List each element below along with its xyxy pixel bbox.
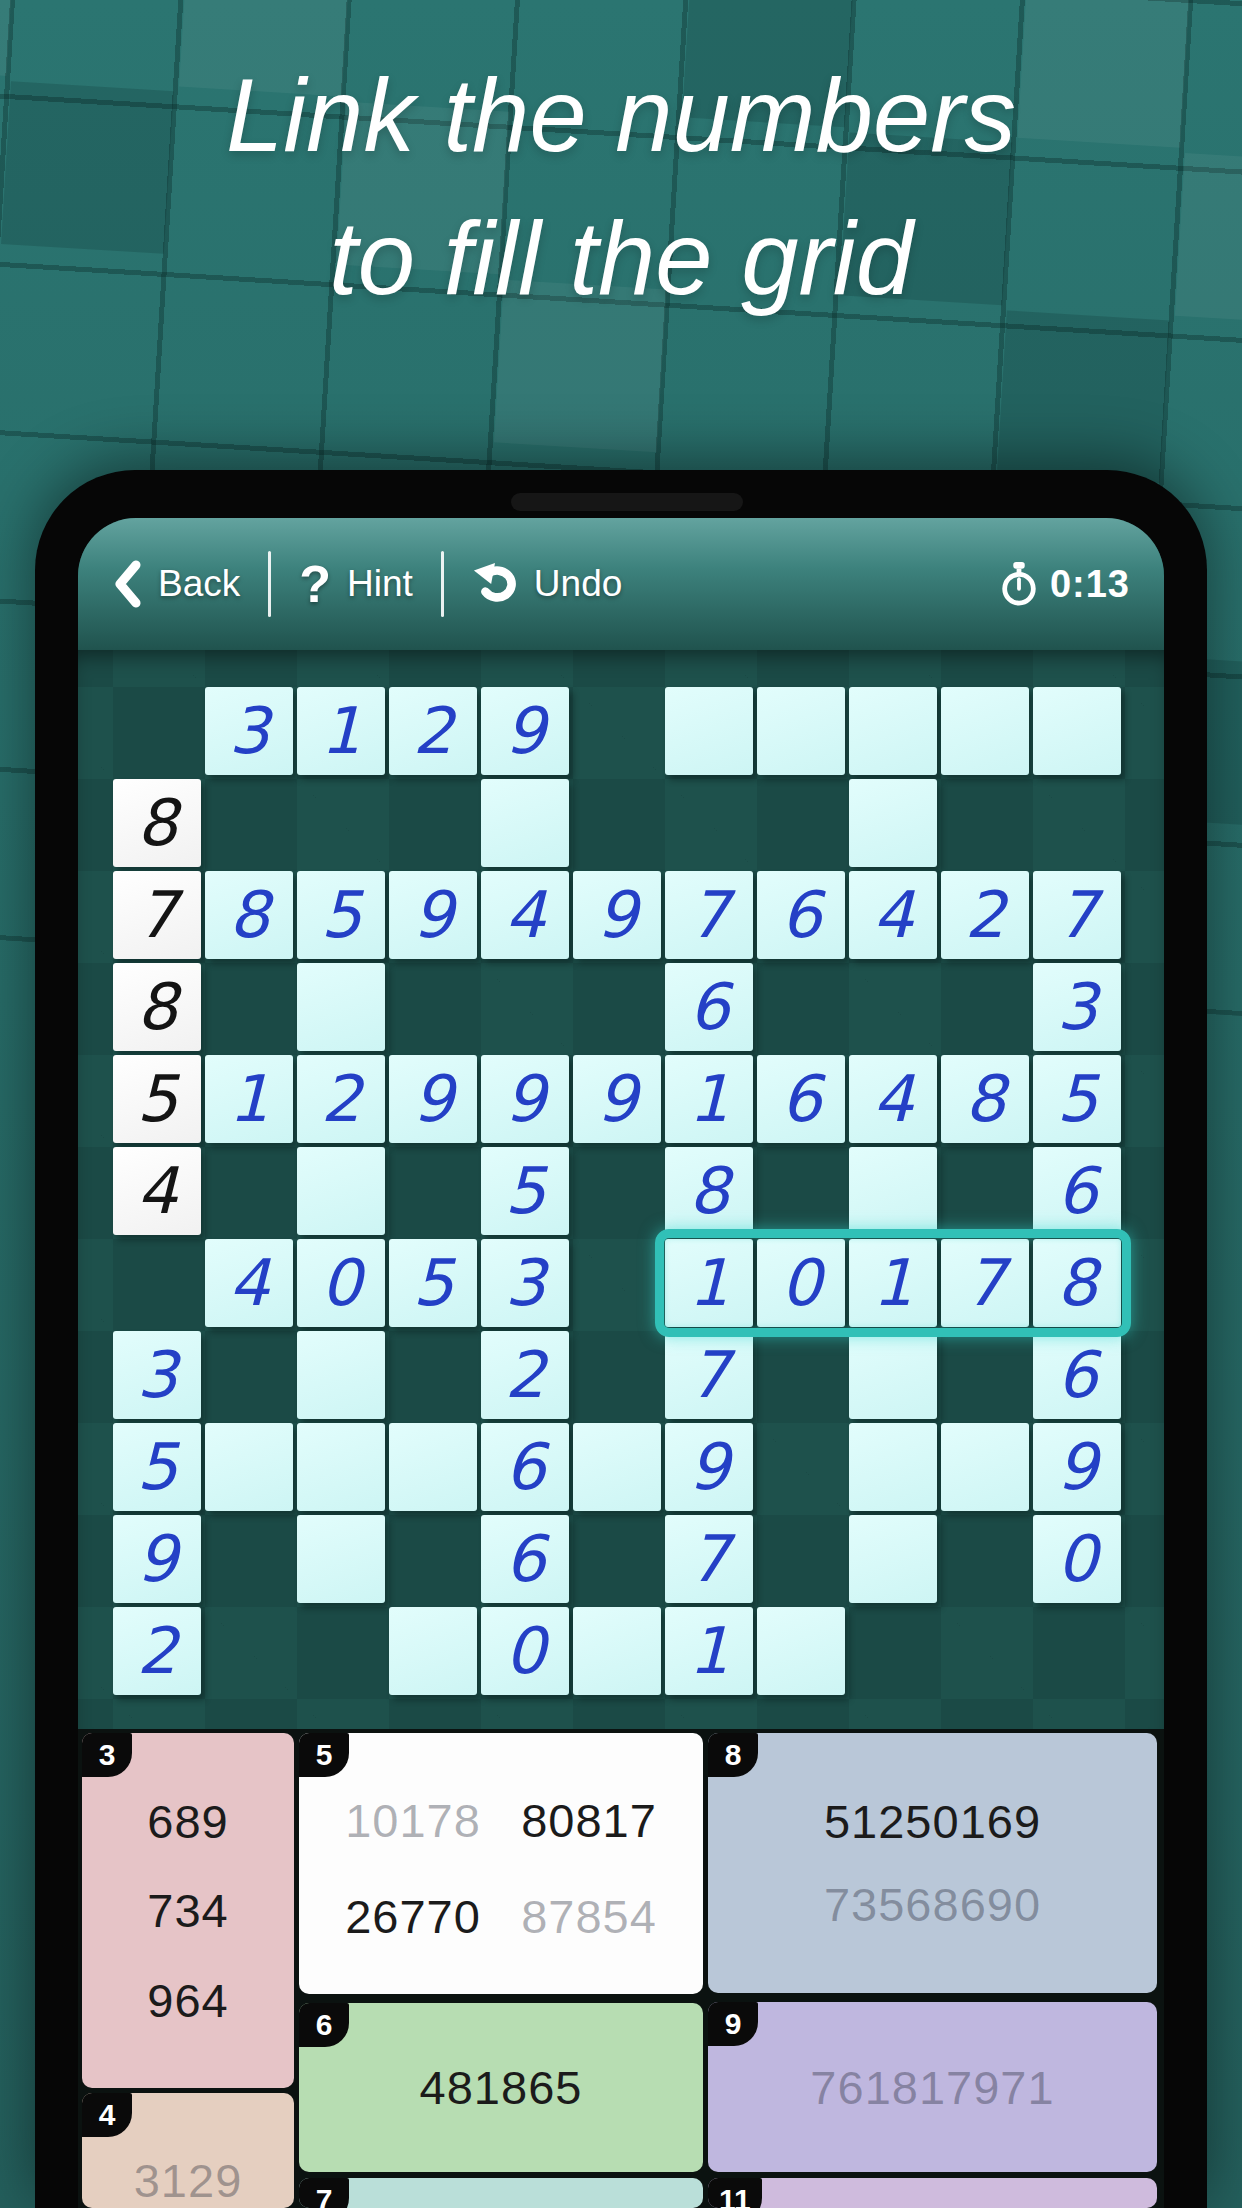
cell-r11c5[interactable]: 0 — [481, 1607, 569, 1695]
cell-r9c9[interactable] — [849, 1423, 937, 1511]
cell-r5c7[interactable]: 1 — [665, 1055, 753, 1143]
timer: 0:13 — [998, 561, 1130, 607]
tray-number-10178: 10178 — [345, 1793, 481, 1848]
tray-number-761817971: 761817971 — [810, 2060, 1054, 2115]
cell-r3c4[interactable]: 9 — [389, 871, 477, 959]
hint-button[interactable]: ? Hint — [299, 554, 413, 614]
page-title: Link the numbers to fill the grid — [0, 44, 1242, 330]
cell-r4c1[interactable]: 8 — [113, 963, 201, 1051]
cell-r5c4[interactable]: 9 — [389, 1055, 477, 1143]
page-title-line2: to fill the grid — [0, 187, 1242, 330]
cell-r3c3[interactable]: 5 — [297, 871, 385, 959]
tray-number-26770[interactable]: 26770 — [345, 1889, 481, 1944]
cell-r8c7[interactable]: 7 — [665, 1331, 753, 1419]
cell-r5c2[interactable]: 1 — [205, 1055, 293, 1143]
cell-r7c8[interactable]: 0 — [757, 1239, 845, 1327]
cell-r2c5[interactable] — [481, 779, 569, 867]
cell-r1c8[interactable] — [757, 687, 845, 775]
cell-r8c11[interactable]: 6 — [1033, 1331, 1121, 1419]
back-chevron-icon — [112, 560, 142, 608]
cell-r3c8[interactable]: 6 — [757, 871, 845, 959]
tray-panel-length-badge: 11 — [708, 2178, 762, 2208]
cell-r4c7[interactable]: 6 — [665, 963, 753, 1051]
cell-r9c11[interactable]: 9 — [1033, 1423, 1121, 1511]
cell-r3c7[interactable]: 7 — [665, 871, 753, 959]
cell-r5c5[interactable]: 9 — [481, 1055, 569, 1143]
cell-r7c11[interactable]: 8 — [1033, 1239, 1121, 1327]
tray-panel-6: 4818656 — [299, 2003, 703, 2172]
tray-panel-length-badge: 8 — [708, 1733, 758, 1777]
tray-number-481865[interactable]: 481865 — [420, 2060, 583, 2115]
tray-number-3129: 3129 — [134, 2153, 243, 2208]
number-tray: 6897349643312941017880817267708785454818… — [78, 1729, 1164, 2208]
cell-r1c3[interactable]: 1 — [297, 687, 385, 775]
tray-number-80817[interactable]: 80817 — [521, 1793, 657, 1848]
tray-number-87854: 87854 — [521, 1889, 657, 1944]
cell-r9c2[interactable] — [205, 1423, 293, 1511]
tray-panel-5: 101788081726770878545 — [299, 1733, 703, 1994]
toolbar-divider — [268, 551, 271, 617]
cell-r7c10[interactable]: 7 — [941, 1239, 1029, 1327]
cell-r2c9[interactable] — [849, 779, 937, 867]
cell-r7c2[interactable]: 4 — [205, 1239, 293, 1327]
hint-question-icon: ? — [299, 554, 331, 614]
tray-panel-length-badge: 3 — [82, 1733, 132, 1777]
cell-r1c11[interactable] — [1033, 687, 1121, 775]
cell-r4c3[interactable] — [297, 963, 385, 1051]
cell-r5c6[interactable]: 9 — [573, 1055, 661, 1143]
cell-r3c10[interactable]: 2 — [941, 871, 1029, 959]
cell-r7c3[interactable]: 0 — [297, 1239, 385, 1327]
toolbar: Back ? Hint Undo — [78, 518, 1164, 650]
cell-r9c3[interactable] — [297, 1423, 385, 1511]
cell-r10c9[interactable] — [849, 1515, 937, 1603]
cell-r7c5[interactable]: 3 — [481, 1239, 569, 1327]
cell-r3c1[interactable]: 7 — [113, 871, 201, 959]
cell-r7c9[interactable]: 1 — [849, 1239, 937, 1327]
cell-r3c11[interactable]: 7 — [1033, 871, 1121, 959]
tray-number-51250169[interactable]: 51250169 — [824, 1794, 1041, 1849]
phone-screen: Back ? Hint Undo — [78, 518, 1164, 2208]
cell-r2c1[interactable]: 8 — [113, 779, 201, 867]
cell-r5c10[interactable]: 8 — [941, 1055, 1029, 1143]
cell-r7c4[interactable]: 5 — [389, 1239, 477, 1327]
cell-r6c7[interactable]: 8 — [665, 1147, 753, 1235]
cell-r1c10[interactable] — [941, 687, 1029, 775]
undo-button[interactable]: Undo — [472, 561, 622, 607]
cell-r11c8[interactable] — [757, 1607, 845, 1695]
cell-r4c11[interactable]: 3 — [1033, 963, 1121, 1051]
cell-r5c8[interactable]: 6 — [757, 1055, 845, 1143]
tray-panel-7: 7 — [299, 2178, 703, 2208]
cell-r9c1[interactable]: 5 — [113, 1423, 201, 1511]
tray-panel-length-badge: 5 — [299, 1733, 349, 1777]
cell-r8c3[interactable] — [297, 1331, 385, 1419]
back-button[interactable]: Back — [112, 560, 240, 608]
tray-panel-8: 51250169735686908 — [708, 1733, 1157, 1993]
cell-r1c5[interactable]: 9 — [481, 687, 569, 775]
cell-r10c11[interactable]: 0 — [1033, 1515, 1121, 1603]
speaker-slot — [511, 493, 743, 511]
puzzle-board: 3129878594976427863512999164854586405310… — [78, 650, 1164, 1729]
background-tile — [997, 310, 1170, 483]
cell-r6c9[interactable] — [849, 1147, 937, 1235]
tray-panel-4: 31294 — [82, 2093, 294, 2208]
cell-r8c9[interactable] — [849, 1331, 937, 1419]
cell-r5c3[interactable]: 2 — [297, 1055, 385, 1143]
cell-r6c11[interactable]: 6 — [1033, 1147, 1121, 1235]
cell-r10c5[interactable]: 6 — [481, 1515, 569, 1603]
tray-panel-9: 7618179719 — [708, 2002, 1157, 2172]
back-label: Back — [158, 563, 240, 605]
tray-panel-length-badge: 6 — [299, 2003, 349, 2047]
cell-r10c1[interactable]: 9 — [113, 1515, 201, 1603]
tray-number-73568690: 73568690 — [824, 1877, 1041, 1932]
cell-r6c5[interactable]: 5 — [481, 1147, 569, 1235]
phone-frame: Back ? Hint Undo — [35, 470, 1207, 2208]
cell-r11c1[interactable]: 2 — [113, 1607, 201, 1695]
cell-r1c7[interactable] — [665, 687, 753, 775]
tray-number-734[interactable]: 734 — [147, 1883, 228, 1938]
cell-r3c9[interactable]: 4 — [849, 871, 937, 959]
tray-number-689[interactable]: 689 — [147, 1794, 228, 1849]
tray-panel-length-badge: 4 — [82, 2093, 132, 2137]
stopwatch-icon — [998, 561, 1040, 607]
cell-r9c5[interactable]: 6 — [481, 1423, 569, 1511]
cell-r11c6[interactable] — [573, 1607, 661, 1695]
toolbar-divider — [441, 551, 444, 617]
timer-value: 0:13 — [1050, 563, 1130, 606]
cell-r11c7[interactable]: 1 — [665, 1607, 753, 1695]
cell-r6c3[interactable] — [297, 1147, 385, 1235]
undo-label: Undo — [534, 563, 622, 605]
cell-r5c11[interactable]: 5 — [1033, 1055, 1121, 1143]
page-title-line1: Link the numbers — [0, 44, 1242, 187]
undo-arrow-icon — [472, 561, 518, 607]
cell-r9c10[interactable] — [941, 1423, 1029, 1511]
cell-r3c5[interactable]: 4 — [481, 871, 569, 959]
tray-number-964[interactable]: 964 — [147, 1973, 228, 2028]
hint-label: Hint — [347, 563, 413, 605]
cell-r5c1[interactable]: 5 — [113, 1055, 201, 1143]
cell-r10c3[interactable] — [297, 1515, 385, 1603]
cell-r3c6[interactable]: 9 — [573, 871, 661, 959]
cell-r5c9[interactable]: 4 — [849, 1055, 937, 1143]
cell-r3c2[interactable]: 8 — [205, 871, 293, 959]
cell-r9c6[interactable] — [573, 1423, 661, 1511]
cell-r6c1[interactable]: 4 — [113, 1147, 201, 1235]
cell-r10c7[interactable]: 7 — [665, 1515, 753, 1603]
cell-r1c4[interactable]: 2 — [389, 687, 477, 775]
tray-panel-11: 11 — [708, 2178, 1157, 2208]
cell-r7c7[interactable]: 1 — [665, 1239, 753, 1327]
cell-r1c2[interactable]: 3 — [205, 687, 293, 775]
cell-r9c4[interactable] — [389, 1423, 477, 1511]
tray-panel-length-badge: 9 — [708, 2002, 758, 2046]
cell-r8c1[interactable]: 3 — [113, 1331, 201, 1419]
cell-r1c9[interactable] — [849, 687, 937, 775]
tray-panel-length-badge: 7 — [299, 2178, 349, 2208]
cell-r11c4[interactable] — [389, 1607, 477, 1695]
cell-r8c5[interactable]: 2 — [481, 1331, 569, 1419]
tray-panel-3: 6897349643 — [82, 1733, 294, 2088]
cell-r9c7[interactable]: 9 — [665, 1423, 753, 1511]
